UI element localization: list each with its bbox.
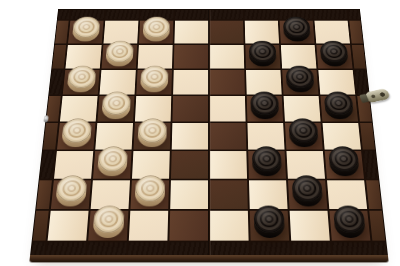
square-r1c7[interactable] [280,21,315,44]
white-piece[interactable] [106,41,134,62]
white-piece[interactable] [93,206,125,233]
board-frame [314,10,348,19]
board-frame [105,10,139,19]
board-frame [352,45,366,69]
piece-top [283,17,311,38]
board-frame [49,70,63,95]
board-frame [52,45,66,69]
square-r5c3[interactable] [133,123,170,150]
piece-top [254,206,285,233]
square-r1c3[interactable] [139,21,173,44]
white-piece[interactable] [67,66,96,88]
square-r2c6[interactable] [245,45,280,69]
board-frame [36,180,52,209]
square-r6c2[interactable] [93,151,132,179]
board-frame [40,151,55,179]
square-r8c5 [210,211,249,241]
piece-top [252,146,282,171]
square-r3c1[interactable] [63,70,100,95]
board-frame [31,242,45,255]
square-r7c7[interactable] [288,180,327,209]
black-piece[interactable] [292,175,323,201]
square-r3c7[interactable] [282,70,318,95]
board-frame [33,211,49,241]
piece-top [288,118,318,142]
white-piece[interactable] [138,118,167,142]
board-frame [291,242,331,255]
board-frame [128,242,167,255]
black-piece[interactable] [324,92,354,115]
board-frame [251,242,290,255]
square-r3c5[interactable] [210,70,245,95]
square-r3c4 [173,70,208,95]
black-piece[interactable] [252,146,282,171]
board-frame [43,123,58,150]
square-r5c1[interactable] [57,123,95,150]
black-piece[interactable] [254,206,285,233]
square-r6c6[interactable] [248,151,286,179]
black-piece[interactable] [285,66,314,88]
square-r3c3[interactable] [136,70,172,95]
board-frame [169,242,208,255]
square-r1c4 [174,21,208,44]
square-r4c4[interactable] [172,96,208,122]
square-r5c5[interactable] [210,123,246,150]
square-r4c8[interactable] [320,96,358,122]
white-piece[interactable] [143,17,170,38]
board-frame [373,242,387,255]
square-r8c3 [129,211,168,241]
piece-top [285,66,314,88]
black-piece[interactable] [328,146,359,171]
piece-top [250,92,279,115]
board-frame [363,151,378,179]
piece-top [249,41,277,62]
square-r8c1 [48,211,89,241]
square-r4c6[interactable] [247,96,283,122]
black-piece[interactable] [249,41,277,62]
board-grid [31,10,387,255]
square-r8c6[interactable] [250,211,289,241]
square-r8c7 [290,211,330,241]
square-r5c4 [172,123,208,150]
board-frame [58,10,70,19]
board-frame [369,211,385,241]
board-frame [348,10,360,19]
board-frame [360,123,375,150]
board-frame [332,242,372,255]
square-r2c4[interactable] [174,45,208,69]
square-r6c5 [210,151,247,179]
black-piece[interactable] [250,92,279,115]
square-r2c5 [210,45,244,69]
square-r7c4 [170,180,208,209]
white-piece[interactable] [61,118,92,142]
board-frame [87,242,127,255]
square-r8c4[interactable] [169,211,208,241]
board-frame [366,180,382,209]
black-piece[interactable] [283,17,311,38]
board-perspective-wrap [30,9,388,256]
piece-top [292,175,323,201]
square-r2c2[interactable] [102,45,138,69]
square-r5c7[interactable] [285,123,323,150]
black-piece[interactable] [333,206,366,233]
square-r4c2[interactable] [97,96,134,122]
white-piece[interactable] [56,175,88,201]
square-r1c1[interactable] [68,21,104,44]
square-r8c2[interactable] [88,211,128,241]
white-piece[interactable] [97,146,128,171]
white-piece[interactable] [102,92,131,115]
black-piece[interactable] [288,118,318,142]
square-r8c8[interactable] [329,211,370,241]
square-r6c8[interactable] [325,151,364,179]
square-r7c3[interactable] [130,180,169,209]
white-piece[interactable] [72,17,100,38]
square-r4c5 [210,96,246,122]
checkers-board-photo [0,0,400,266]
square-r7c5[interactable] [210,180,248,209]
white-piece[interactable] [135,175,166,201]
checkers-board [30,9,388,256]
board-frame [175,10,208,19]
square-r2c8[interactable] [316,45,352,69]
board-frame [46,242,86,255]
board-frame [349,21,363,44]
board-frame [354,70,368,95]
board-frame [210,242,249,255]
board-frame [210,10,243,19]
square-r1c5[interactable] [210,21,244,44]
white-piece[interactable] [140,66,168,88]
board-frame [244,10,277,19]
square-r6c4[interactable] [171,151,208,179]
board-frame [55,21,69,44]
square-r7c1[interactable] [51,180,91,209]
black-piece[interactable] [319,41,348,62]
